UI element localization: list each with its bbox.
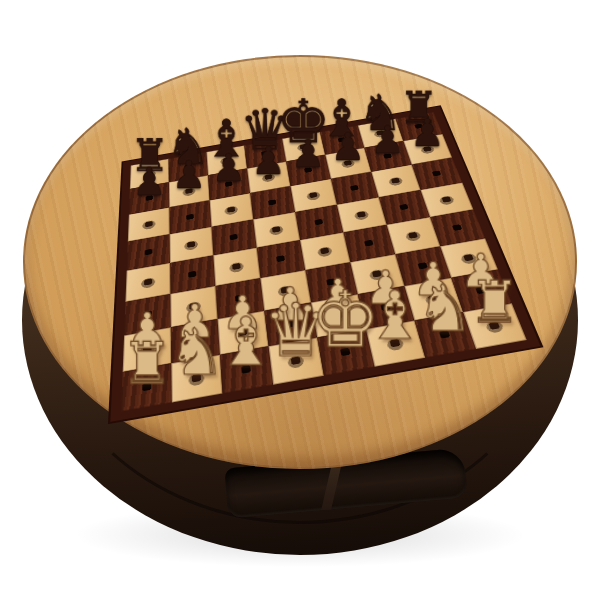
piece-black-pawn-g7[interactable]: ♟ xyxy=(370,123,405,158)
square-g7[interactable]: ♟ xyxy=(364,141,411,172)
piece-black-pawn-a7[interactable]: ♟ xyxy=(132,165,167,200)
square-g5[interactable] xyxy=(379,190,430,225)
piece-black-pawn-f7[interactable]: ♟ xyxy=(331,130,366,165)
piece-white-rook-a1[interactable]: ♜ xyxy=(121,337,172,390)
piece-black-pawn-b7[interactable]: ♟ xyxy=(172,158,207,193)
piece-white-knight-g1[interactable]: ♞ xyxy=(416,279,474,338)
travel-chess-set-photo: ♜♞♝♛♚♝♞♜♟♟♟♟♟♟♟♟♟♟♟♟♟♟♟♟♜♞♝♛♚♝♞♜ xyxy=(0,0,600,600)
square-f5[interactable] xyxy=(337,197,387,232)
square-d7[interactable]: ♟ xyxy=(247,162,290,193)
piece-black-pawn-d7[interactable]: ♟ xyxy=(251,144,286,179)
piece-white-rook-h1[interactable]: ♜ xyxy=(469,276,520,329)
piece-black-pawn-h7[interactable]: ♟ xyxy=(410,116,445,151)
square-b6[interactable] xyxy=(169,200,211,234)
piece-black-pawn-c7[interactable]: ♟ xyxy=(211,151,246,186)
piece-black-pawn-e7[interactable]: ♟ xyxy=(291,137,326,172)
square-c4[interactable] xyxy=(213,248,260,286)
